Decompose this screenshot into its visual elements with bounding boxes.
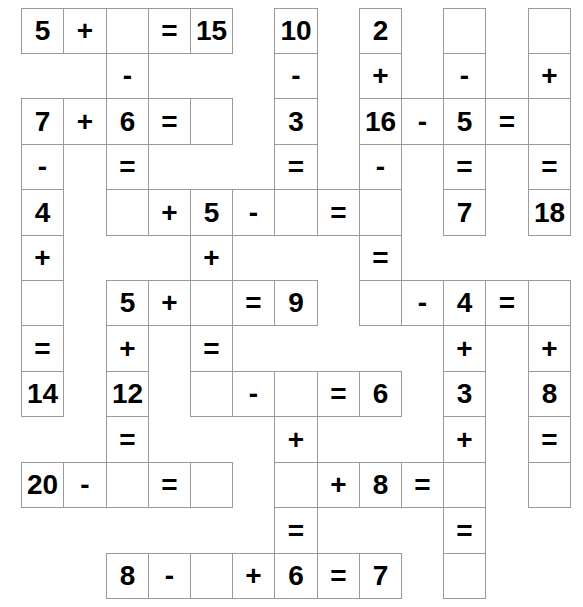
cell-r5-c9[interactable] — [359, 189, 402, 236]
cell-r1-c3[interactable] — [106, 8, 149, 54]
cell-r9-c5[interactable] — [190, 371, 233, 417]
cell-r8-c3: + — [106, 325, 149, 372]
cell-r5-c4: + — [148, 189, 191, 236]
cell-r3-c7: 3 — [274, 98, 318, 145]
cell-r7-c1[interactable] — [21, 280, 64, 326]
cell-r7-c10: - — [401, 280, 444, 326]
cell-r3-c11: 5 — [443, 98, 486, 145]
cell-r2-c11: - — [443, 53, 486, 99]
cell-r11-c2: - — [63, 462, 107, 508]
cell-r13-c11[interactable] — [443, 553, 486, 599]
cell-r13-c4: - — [148, 553, 191, 599]
cell-r11-c1: 20 — [21, 462, 64, 508]
cell-r7-c13[interactable] — [528, 280, 571, 326]
cell-r12-c7: = — [274, 507, 318, 554]
cell-r7-c9[interactable] — [359, 280, 402, 326]
cell-r9-c11: 3 — [443, 371, 486, 417]
cell-r11-c3[interactable] — [106, 462, 149, 508]
cell-r10-c3: = — [106, 416, 149, 463]
cell-r1-c4: = — [148, 8, 191, 54]
cell-r1-c13[interactable] — [528, 8, 571, 54]
cell-r11-c5[interactable] — [190, 462, 233, 508]
cell-r8-c5: = — [190, 325, 233, 372]
cell-r3-c12: = — [485, 98, 529, 145]
cell-r6-c1: + — [21, 235, 64, 281]
cell-r9-c7[interactable] — [274, 371, 318, 417]
cell-r5-c13: 18 — [528, 189, 571, 236]
cell-r8-c13: + — [528, 325, 571, 372]
cell-r4-c3: = — [106, 144, 149, 190]
cell-r9-c8: = — [317, 371, 360, 417]
cell-r11-c9: 8 — [359, 462, 402, 508]
cell-r10-c11: + — [443, 416, 486, 463]
cell-r10-c13: = — [528, 416, 571, 463]
cell-r4-c11: = — [443, 144, 486, 190]
cell-r1-c5: 15 — [190, 8, 233, 54]
cell-r8-c11: + — [443, 325, 486, 372]
cell-r7-c7: 9 — [274, 280, 318, 326]
cell-r5-c5: 5 — [190, 189, 233, 236]
cell-r7-c3: 5 — [106, 280, 149, 326]
cell-r4-c9: - — [359, 144, 402, 190]
cell-r3-c10: - — [401, 98, 444, 145]
cell-r2-c9: + — [359, 53, 402, 99]
cell-r10-c7: + — [274, 416, 318, 463]
cell-r7-c4: + — [148, 280, 191, 326]
cell-r5-c1: 4 — [21, 189, 64, 236]
cell-r13-c9: 7 — [359, 553, 402, 599]
cell-r11-c13[interactable] — [528, 462, 571, 508]
cell-r2-c13: + — [528, 53, 571, 99]
cell-r7-c12: = — [485, 280, 529, 326]
cell-r2-c3: - — [106, 53, 149, 99]
cell-r11-c11[interactable] — [443, 462, 486, 508]
cell-r6-c9: = — [359, 235, 402, 281]
cell-r7-c6: = — [232, 280, 275, 326]
cell-r11-c7[interactable] — [274, 462, 318, 508]
cell-r9-c1: 14 — [21, 371, 64, 417]
cell-r13-c7: 6 — [274, 553, 318, 599]
cell-r4-c13: = — [528, 144, 571, 190]
cell-r1-c2: + — [63, 8, 107, 54]
cell-r13-c3: 8 — [106, 553, 149, 599]
cell-r11-c8: + — [317, 462, 360, 508]
cell-r1-c9: 2 — [359, 8, 402, 54]
cell-r11-c10: = — [401, 462, 444, 508]
cell-r4-c1: - — [21, 144, 64, 190]
cell-r9-c13: 8 — [528, 371, 571, 417]
cell-r13-c6: + — [232, 553, 275, 599]
cell-r2-c7: - — [274, 53, 318, 99]
cell-r1-c1: 5 — [21, 8, 64, 54]
cell-r7-c11: 4 — [443, 280, 486, 326]
cell-r5-c11: 7 — [443, 189, 486, 236]
cell-r13-c5[interactable] — [190, 553, 233, 599]
cell-r5-c7[interactable] — [274, 189, 318, 236]
cell-r9-c6: - — [232, 371, 275, 417]
cell-r4-c7: = — [274, 144, 318, 190]
cell-r5-c3[interactable] — [106, 189, 149, 236]
cell-r9-c9: 6 — [359, 371, 402, 417]
cell-r5-c8: = — [317, 189, 360, 236]
cell-r6-c5: + — [190, 235, 233, 281]
cell-r13-c8: = — [317, 553, 360, 599]
cell-r11-c4: = — [148, 462, 191, 508]
cell-r5-c6: - — [232, 189, 275, 236]
cell-r9-c3: 12 — [106, 371, 149, 417]
cell-r3-c5[interactable] — [190, 98, 233, 145]
cell-r3-c3: 6 — [106, 98, 149, 145]
cell-r3-c1: 7 — [21, 98, 64, 145]
cell-r8-c1: = — [21, 325, 64, 372]
cell-r3-c13[interactable] — [528, 98, 571, 145]
cell-r12-c11: = — [443, 507, 486, 554]
cell-r3-c2: + — [63, 98, 107, 145]
cell-r1-c7: 10 — [274, 8, 318, 54]
cell-r3-c4: = — [148, 98, 191, 145]
cell-r7-c5[interactable] — [190, 280, 233, 326]
cell-r3-c9: 16 — [359, 98, 402, 145]
math-crossword-grid: 5+=15102--+-+7+6=316-5=-==-==4+5-=718++=… — [0, 0, 583, 607]
cell-r1-c11[interactable] — [443, 8, 486, 54]
